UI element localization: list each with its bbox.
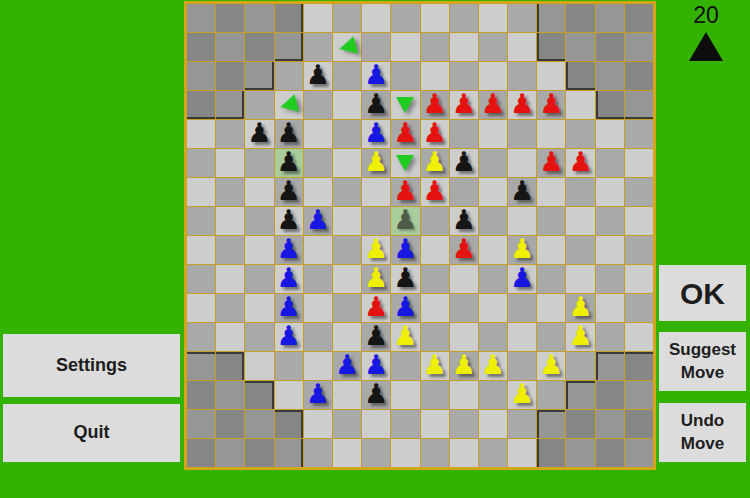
pawn-black[interactable]: ♟ [277, 206, 301, 233]
board-cell[interactable] [216, 323, 244, 351]
pawn-yellow[interactable]: ♟ [364, 264, 388, 291]
board-cell[interactable] [596, 62, 624, 90]
board-cell[interactable]: ♟ [450, 149, 478, 177]
board-cell[interactable] [391, 33, 419, 61]
board-cell[interactable] [596, 381, 624, 409]
pawn-black[interactable]: ♟ [393, 264, 417, 291]
pawn-blue[interactable]: ♟ [277, 293, 301, 320]
board-cell[interactable]: ♟ [479, 352, 507, 380]
pawn-red[interactable]: ♟ [452, 235, 476, 262]
board-cell[interactable] [362, 439, 390, 467]
board-cell[interactable] [245, 4, 273, 32]
board-cell[interactable] [596, 265, 624, 293]
board-cell[interactable] [187, 352, 215, 380]
board-cell[interactable] [596, 33, 624, 61]
board-cell[interactable] [625, 410, 653, 438]
board-cell[interactable]: ♟ [421, 178, 449, 206]
board-cell[interactable] [391, 410, 419, 438]
board-cell[interactable]: ♟ [450, 207, 478, 235]
board-cell[interactable] [479, 410, 507, 438]
board-cell[interactable] [187, 294, 215, 322]
board-cell[interactable] [596, 323, 624, 351]
pawn-yellow[interactable]: ♟ [539, 351, 563, 378]
board-cell[interactable] [216, 178, 244, 206]
board-cell[interactable]: ♟ [275, 323, 303, 351]
board-cell[interactable] [245, 62, 273, 90]
board-cell[interactable]: ♟ [275, 236, 303, 264]
board-cell[interactable] [362, 4, 390, 32]
pawn-blue[interactable]: ♟ [364, 61, 388, 88]
board-cell[interactable] [508, 207, 536, 235]
board-cell[interactable]: ♟ [508, 91, 536, 119]
pawn-black[interactable]: ♟ [364, 322, 388, 349]
board-cell[interactable] [479, 265, 507, 293]
pawn-blue[interactable]: ♟ [306, 380, 330, 407]
board-cell[interactable] [537, 323, 565, 351]
board-cell[interactable] [245, 439, 273, 467]
board-cell[interactable] [304, 265, 332, 293]
board-cell[interactable] [216, 381, 244, 409]
board-cell[interactable] [450, 265, 478, 293]
board-cell[interactable] [479, 120, 507, 148]
pawn-black[interactable]: ♟ [306, 61, 330, 88]
pawn-yellow[interactable]: ♟ [568, 293, 592, 320]
board-cell[interactable] [421, 294, 449, 322]
board-cell[interactable]: ♟ [537, 352, 565, 380]
pawn-yellow[interactable]: ♟ [422, 351, 446, 378]
pawn-black[interactable]: ♟ [277, 119, 301, 146]
board-cell[interactable] [187, 265, 215, 293]
pawn-red[interactable]: ♟ [422, 90, 446, 117]
board-cell[interactable] [625, 381, 653, 409]
board-cell[interactable]: ♟ [362, 149, 390, 177]
board-cell[interactable] [537, 294, 565, 322]
board-cell[interactable]: ♟ [362, 91, 390, 119]
board-cell[interactable] [245, 236, 273, 264]
board-cell[interactable] [421, 4, 449, 32]
board-cell[interactable] [450, 439, 478, 467]
pawn-black[interactable]: ♟ [277, 148, 301, 175]
board-cell[interactable] [537, 33, 565, 61]
board-cell[interactable]: ♟ [275, 120, 303, 148]
board-cell[interactable] [333, 178, 361, 206]
board-cell[interactable] [566, 4, 594, 32]
board-cell[interactable]: ♟ [391, 294, 419, 322]
board-cell[interactable] [537, 120, 565, 148]
board-cell[interactable]: ♟ [537, 149, 565, 177]
board-cell[interactable] [333, 33, 361, 61]
board-cell[interactable] [537, 381, 565, 409]
ok-button[interactable]: OK [659, 265, 746, 321]
pawn-red[interactable]: ♟ [452, 90, 476, 117]
board-cell[interactable] [566, 207, 594, 235]
board-cell[interactable] [479, 62, 507, 90]
board-cell[interactable] [421, 410, 449, 438]
board-cell[interactable] [625, 207, 653, 235]
board-cell[interactable] [596, 207, 624, 235]
board-cell[interactable] [333, 381, 361, 409]
board-cell[interactable] [187, 439, 215, 467]
board-cell[interactable] [216, 207, 244, 235]
board-cell[interactable]: ♟ [362, 323, 390, 351]
board-cell[interactable]: ♟ [304, 381, 332, 409]
pawn-red[interactable]: ♟ [422, 119, 446, 146]
suggest-move-button[interactable]: Suggest Move [659, 332, 746, 391]
pawn-yellow[interactable]: ♟ [393, 322, 417, 349]
board-cell[interactable]: ♟ [362, 120, 390, 148]
pawn-black[interactable]: ♟ [452, 206, 476, 233]
board-cell[interactable]: ♟ [304, 207, 332, 235]
board-cell[interactable] [566, 236, 594, 264]
board-cell[interactable] [362, 33, 390, 61]
pawn-black[interactable]: ♟ [364, 380, 388, 407]
pawn-yellow[interactable]: ♟ [364, 148, 388, 175]
board-cell[interactable] [625, 236, 653, 264]
board-cell[interactable] [537, 178, 565, 206]
board-cell[interactable] [479, 294, 507, 322]
board-cell[interactable] [479, 236, 507, 264]
pawn-yellow[interactable]: ♟ [452, 351, 476, 378]
board-cell[interactable]: ♟ [333, 352, 361, 380]
board-cell[interactable] [216, 91, 244, 119]
board-cell[interactable]: ♟ [537, 91, 565, 119]
pawn-red[interactable]: ♟ [393, 119, 417, 146]
board-cell[interactable] [187, 323, 215, 351]
pawn-red[interactable]: ♟ [393, 177, 417, 204]
board-cell[interactable] [362, 410, 390, 438]
board-cell[interactable] [304, 33, 332, 61]
pawn-yellow[interactable]: ♟ [481, 351, 505, 378]
game-board[interactable]: ♟♟♟♟♟♟♟♟♟♟♟♟♟♟♟♟♟♟♟♟♟♟♟♟♟♟♟♟♟♟♟♟♟♟♟♟♟♟♟♟… [184, 1, 656, 470]
board-cell[interactable] [333, 207, 361, 235]
pawn-yellow[interactable]: ♟ [422, 148, 446, 175]
board-cell[interactable] [566, 91, 594, 119]
board-cell[interactable] [187, 410, 215, 438]
board-cell[interactable] [566, 178, 594, 206]
board-cell[interactable]: ♟ [245, 120, 273, 148]
board-cell[interactable]: ♟ [566, 323, 594, 351]
board-cell[interactable] [625, 439, 653, 467]
board-cell[interactable] [245, 294, 273, 322]
board-cell[interactable] [566, 33, 594, 61]
board-cell[interactable] [625, 120, 653, 148]
board-cell[interactable] [566, 62, 594, 90]
board-cell[interactable] [245, 207, 273, 235]
board-cell[interactable]: ♟ [362, 236, 390, 264]
board-cell[interactable] [275, 62, 303, 90]
board-cell[interactable] [566, 439, 594, 467]
pawn-blue[interactable]: ♟ [393, 235, 417, 262]
board-cell[interactable] [245, 91, 273, 119]
pawn-red[interactable]: ♟ [568, 148, 592, 175]
board-cell[interactable] [537, 4, 565, 32]
board-cell[interactable] [333, 236, 361, 264]
board-cell[interactable] [245, 323, 273, 351]
board-cell[interactable] [479, 381, 507, 409]
board-cell[interactable] [333, 265, 361, 293]
board-cell[interactable] [187, 236, 215, 264]
board-cell[interactable] [479, 207, 507, 235]
quit-button[interactable]: Quit [3, 404, 180, 462]
board-cell[interactable] [508, 439, 536, 467]
board-cell[interactable] [479, 323, 507, 351]
board-cell[interactable]: ♟ [450, 352, 478, 380]
board-cell[interactable] [333, 120, 361, 148]
pawn-black[interactable]: ♟ [364, 90, 388, 117]
board-cell[interactable] [245, 178, 273, 206]
board-cell[interactable] [508, 149, 536, 177]
board-cell[interactable] [391, 381, 419, 409]
pawn-red[interactable]: ♟ [481, 90, 505, 117]
board-cell[interactable] [187, 33, 215, 61]
board-cell[interactable] [216, 410, 244, 438]
board-cell[interactable] [596, 294, 624, 322]
pawn-blue[interactable]: ♟ [510, 264, 534, 291]
board-cell[interactable] [333, 91, 361, 119]
board-cell[interactable] [333, 439, 361, 467]
pawn-yellow[interactable]: ♟ [568, 322, 592, 349]
board-cell[interactable] [450, 410, 478, 438]
board-cell[interactable] [216, 294, 244, 322]
board-cell[interactable]: ♟ [508, 381, 536, 409]
board-cell[interactable] [216, 4, 244, 32]
board-cell[interactable] [508, 62, 536, 90]
pawn-red[interactable]: ♟ [422, 177, 446, 204]
board-cell[interactable]: ♟ [421, 352, 449, 380]
board-cell[interactable] [625, 4, 653, 32]
board-cell[interactable] [450, 178, 478, 206]
board-cell[interactable] [187, 120, 215, 148]
board-cell[interactable]: ♟ [275, 207, 303, 235]
board-cell[interactable] [508, 323, 536, 351]
board-cell[interactable] [508, 4, 536, 32]
board-cell[interactable] [275, 4, 303, 32]
board-cell[interactable] [625, 62, 653, 90]
board-cell[interactable] [625, 149, 653, 177]
board-cell[interactable]: ♟ [275, 178, 303, 206]
board-cell[interactable] [391, 62, 419, 90]
board-cell[interactable] [216, 33, 244, 61]
board-cell[interactable]: ♟ [391, 178, 419, 206]
board-cell[interactable] [450, 4, 478, 32]
board-cell[interactable] [333, 62, 361, 90]
board-cell[interactable]: ♟ [275, 294, 303, 322]
board-cell[interactable] [333, 294, 361, 322]
board-cell[interactable] [421, 381, 449, 409]
board-cell[interactable] [596, 410, 624, 438]
board-cell[interactable]: ♟ [391, 207, 419, 235]
board-cell[interactable] [304, 91, 332, 119]
pawn-yellow[interactable]: ♟ [510, 380, 534, 407]
board-cell[interactable]: ♟ [391, 323, 419, 351]
board-cell[interactable] [508, 410, 536, 438]
board-cell[interactable] [625, 265, 653, 293]
board-cell[interactable] [391, 91, 419, 119]
board-cell[interactable] [479, 4, 507, 32]
board-cell[interactable]: ♟ [362, 62, 390, 90]
settings-button[interactable]: Settings [3, 334, 180, 397]
board-cell[interactable] [566, 265, 594, 293]
pawn-blue[interactable]: ♟ [277, 322, 301, 349]
pawn-red[interactable]: ♟ [539, 148, 563, 175]
board-cell[interactable]: ♟ [566, 149, 594, 177]
board-cell[interactable] [245, 33, 273, 61]
board-cell[interactable] [596, 120, 624, 148]
board-cell[interactable] [391, 4, 419, 32]
board-cell[interactable] [304, 323, 332, 351]
board-cell[interactable] [596, 439, 624, 467]
pawn-blue[interactable]: ♟ [364, 351, 388, 378]
board-cell[interactable] [304, 120, 332, 148]
board-cell[interactable] [245, 352, 273, 380]
pawn-blue[interactable]: ♟ [277, 235, 301, 262]
board-cell[interactable] [187, 178, 215, 206]
pawn-blue[interactable]: ♟ [335, 351, 359, 378]
board-cell[interactable] [566, 410, 594, 438]
board-cell[interactable] [596, 4, 624, 32]
board-cell[interactable] [362, 207, 390, 235]
board-cell[interactable] [245, 149, 273, 177]
pawn-yellow[interactable]: ♟ [510, 235, 534, 262]
board-cell[interactable]: ♟ [391, 265, 419, 293]
board-cell[interactable]: ♟ [421, 149, 449, 177]
board-cell[interactable] [450, 33, 478, 61]
pawn-red[interactable]: ♟ [364, 293, 388, 320]
board-cell[interactable] [596, 91, 624, 119]
board-cell[interactable] [421, 265, 449, 293]
board-cell[interactable] [304, 352, 332, 380]
board-cell[interactable] [187, 62, 215, 90]
board-cell[interactable] [275, 381, 303, 409]
board-cell[interactable] [187, 4, 215, 32]
board-cell[interactable] [275, 410, 303, 438]
board-cell[interactable] [304, 178, 332, 206]
board-cell[interactable] [304, 236, 332, 264]
board-cell[interactable] [275, 91, 303, 119]
board-cell[interactable] [479, 439, 507, 467]
board-cell[interactable]: ♟ [421, 91, 449, 119]
board-cell[interactable] [625, 33, 653, 61]
board-cell[interactable] [508, 33, 536, 61]
board-cell[interactable] [566, 352, 594, 380]
board-cell[interactable] [304, 149, 332, 177]
board-cell[interactable]: ♟ [304, 62, 332, 90]
board-cell[interactable]: ♟ [362, 294, 390, 322]
pawn-blue[interactable]: ♟ [364, 119, 388, 146]
board-cell[interactable] [479, 33, 507, 61]
pawn-black[interactable]: ♟ [247, 119, 271, 146]
board-cell[interactable] [421, 236, 449, 264]
board-cell[interactable] [187, 91, 215, 119]
board-cell[interactable]: ♟ [508, 178, 536, 206]
pawn-red[interactable]: ♟ [539, 90, 563, 117]
board-cell[interactable]: ♟ [275, 149, 303, 177]
board-cell[interactable] [596, 352, 624, 380]
board-cell[interactable] [537, 439, 565, 467]
pawn-blue[interactable]: ♟ [306, 206, 330, 233]
board-cell[interactable] [479, 149, 507, 177]
board-cell[interactable] [596, 178, 624, 206]
pawn-black[interactable]: ♟ [277, 177, 301, 204]
board-cell[interactable] [508, 120, 536, 148]
board-cell[interactable] [216, 352, 244, 380]
board-cell[interactable] [333, 4, 361, 32]
board-cell[interactable]: ♟ [566, 294, 594, 322]
board-cell[interactable] [362, 178, 390, 206]
board-cell[interactable] [275, 33, 303, 61]
board-cell[interactable] [304, 439, 332, 467]
board-cell[interactable]: ♟ [275, 265, 303, 293]
pawn-blue[interactable]: ♟ [277, 264, 301, 291]
board-cell[interactable] [625, 91, 653, 119]
board-cell[interactable]: ♟ [479, 91, 507, 119]
board-cell[interactable]: ♟ [362, 265, 390, 293]
pawn-yellow[interactable]: ♟ [364, 235, 388, 262]
board-cell[interactable] [333, 410, 361, 438]
board-cell[interactable]: ♟ [450, 236, 478, 264]
board-cell[interactable]: ♟ [450, 91, 478, 119]
board-cell[interactable] [421, 33, 449, 61]
board-cell[interactable] [450, 294, 478, 322]
board-cell[interactable] [275, 439, 303, 467]
board-cell[interactable] [333, 149, 361, 177]
board-cell[interactable] [566, 381, 594, 409]
board-cell[interactable] [537, 265, 565, 293]
board-cell[interactable] [421, 207, 449, 235]
board-cell[interactable] [216, 62, 244, 90]
undo-move-button[interactable]: Undo Move [659, 403, 746, 462]
board-cell[interactable]: ♟ [362, 352, 390, 380]
board-cell[interactable] [479, 178, 507, 206]
board-cell[interactable]: ♟ [391, 120, 419, 148]
board-cell[interactable] [508, 294, 536, 322]
pawn-blue[interactable]: ♟ [393, 293, 417, 320]
board-cell[interactable] [625, 178, 653, 206]
board-cell[interactable] [421, 323, 449, 351]
board-cell[interactable] [216, 265, 244, 293]
board-cell[interactable] [450, 323, 478, 351]
board-cell[interactable] [275, 352, 303, 380]
board-cell[interactable] [596, 149, 624, 177]
board-cell[interactable] [333, 323, 361, 351]
board-cell[interactable] [245, 381, 273, 409]
board-cell[interactable] [450, 381, 478, 409]
board-cell[interactable]: ♟ [421, 120, 449, 148]
pawn-red[interactable]: ♟ [510, 90, 534, 117]
board-cell[interactable] [304, 294, 332, 322]
board-cell[interactable] [187, 149, 215, 177]
board-cell[interactable] [391, 352, 419, 380]
board-cell[interactable] [421, 62, 449, 90]
board-cell[interactable] [216, 120, 244, 148]
board-cell[interactable] [450, 62, 478, 90]
board-cell[interactable] [625, 294, 653, 322]
board-cell[interactable]: ♟ [508, 265, 536, 293]
board-cell[interactable] [537, 236, 565, 264]
board-cell[interactable] [625, 352, 653, 380]
board-cell[interactable] [304, 410, 332, 438]
board-cell[interactable] [216, 149, 244, 177]
board-cell[interactable] [216, 236, 244, 264]
board-cell[interactable] [566, 120, 594, 148]
board-cell[interactable] [391, 149, 419, 177]
board-cell[interactable] [625, 323, 653, 351]
pawn-black[interactable]: ♟ [510, 177, 534, 204]
board-cell[interactable] [537, 62, 565, 90]
board-cell[interactable] [450, 120, 478, 148]
board-cell[interactable]: ♟ [508, 236, 536, 264]
board-cell[interactable] [537, 410, 565, 438]
